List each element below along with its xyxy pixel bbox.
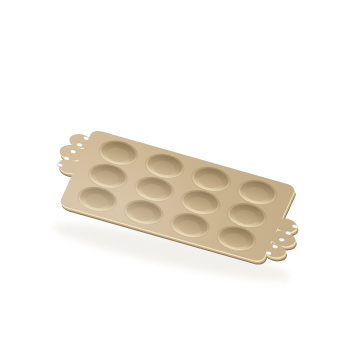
muffin-pan-illustration bbox=[0, 0, 360, 360]
product-photo-canvas bbox=[0, 0, 360, 360]
